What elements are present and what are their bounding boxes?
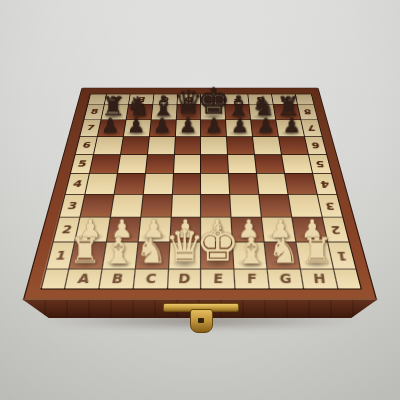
rank-label-text: 8: [303, 108, 311, 115]
square-g8: ♞: [250, 104, 276, 119]
square-h2: ♟: [293, 218, 327, 242]
square-f1: ♝: [233, 243, 266, 269]
square-c7: ♟: [150, 120, 176, 136]
file-label-text: A: [76, 273, 91, 286]
file-label-text: H: [280, 96, 289, 102]
file-label-text: A: [112, 96, 122, 102]
square-d5: [174, 155, 201, 174]
piece-shadow: [104, 259, 134, 269]
square-h4: [285, 174, 316, 194]
rank-label-text: 4: [320, 180, 330, 189]
square-a7: ♟: [98, 120, 126, 136]
rank-label-1-right: 1: [328, 243, 355, 269]
file-label-a-bottom: A: [65, 270, 101, 289]
square-e6: [201, 137, 227, 154]
square-c5: [146, 155, 174, 174]
file-label-b-top: B: [129, 94, 153, 103]
rank-label-text: 7: [307, 124, 316, 131]
rank-label-text: 3: [325, 201, 335, 211]
square-h8: ♜: [274, 104, 301, 119]
square-f6: [227, 137, 254, 154]
piece-d7-black-pawn: ♟: [179, 117, 197, 136]
piece-shadow: [301, 259, 331, 269]
rank-label-text: 2: [60, 224, 73, 235]
square-d2: ♟: [170, 218, 200, 242]
rank-label-text: 5: [77, 160, 88, 168]
file-label-e-top: E: [201, 94, 224, 103]
frame-corner: [42, 270, 68, 289]
square-g1: ♞: [265, 243, 300, 269]
square-g4: [257, 174, 287, 194]
rank-label-text: 7: [85, 124, 95, 131]
piece-f7-black-pawn: ♟: [231, 117, 249, 136]
board-frame: ABCDEFGH8♜♞♝♛♚♝♞♜87♟♟♟♟♟♟♟♟7665544332♟♟♟…: [23, 88, 378, 301]
piece-shadow: [71, 259, 101, 269]
piece-shadow: [203, 259, 232, 269]
square-a5: [90, 155, 120, 174]
square-a3: [80, 195, 113, 217]
square-b7: ♟: [124, 120, 151, 136]
square-a8: ♜: [101, 104, 128, 119]
square-c4: [143, 174, 172, 194]
piece-shadow: [297, 233, 326, 242]
square-b6: [121, 137, 149, 154]
rank-label-4-left: 4: [66, 174, 89, 194]
board-3d: ABCDEFGH8♜♞♝♛♚♝♞♜87♟♟♟♟♟♟♟♟7665544332♟♟♟…: [23, 88, 378, 301]
rank-label-text: 6: [311, 141, 320, 149]
square-a4: [85, 174, 116, 194]
board-grid: ABCDEFGH8♜♞♝♛♚♝♞♜87♟♟♟♟♟♟♟♟7665544332♟♟♟…: [40, 94, 362, 290]
file-label-c-bottom: C: [133, 270, 167, 289]
piece-shadow: [140, 233, 168, 242]
square-e8: ♚: [201, 104, 225, 119]
square-f8: ♝: [225, 104, 250, 119]
piece-shadow: [137, 259, 166, 269]
piece-shadow: [279, 130, 302, 136]
piece-g2-white-pawn: ♟: [269, 218, 291, 241]
piece-b7-black-pawn: ♟: [127, 117, 145, 136]
piece-h2-white-pawn: ♟: [300, 218, 322, 241]
square-f3: [231, 195, 261, 217]
file-label-text: D: [178, 273, 191, 286]
piece-shadow: [170, 259, 198, 269]
frame-corner: [88, 94, 106, 103]
file-label-text: E: [209, 96, 217, 102]
piece-h7-black-pawn: ♟: [282, 117, 300, 136]
piece-shadow: [203, 233, 230, 242]
rank-label-text: 3: [66, 201, 78, 211]
square-d1: ♛: [169, 243, 201, 269]
file-label-g-bottom: G: [268, 270, 303, 289]
rank-label-text: 1: [54, 250, 67, 262]
file-label-text: D: [184, 96, 193, 102]
square-b2: ♟: [107, 218, 140, 242]
file-label-h-bottom: H: [301, 270, 337, 289]
rank-label-text: 2: [330, 224, 341, 235]
piece-shadow: [269, 259, 299, 269]
rank-label-5-right: 5: [309, 155, 331, 174]
square-b1: ♝: [102, 243, 137, 269]
file-label-text: B: [110, 273, 124, 286]
square-a2: ♟: [75, 218, 109, 242]
piece-shadow: [203, 114, 225, 120]
piece-shadow: [266, 233, 294, 242]
file-label-text: C: [161, 96, 170, 102]
square-g6: [253, 137, 281, 154]
square-h5: [282, 155, 312, 174]
rank-label-3-right: 3: [318, 195, 342, 217]
file-label-text: F: [233, 96, 240, 102]
file-label-d-bottom: D: [168, 270, 201, 289]
rank-label-5-left: 5: [71, 155, 93, 174]
piece-shadow: [77, 233, 106, 242]
rank-label-text: 8: [89, 108, 99, 115]
file-label-c-top: C: [153, 94, 177, 103]
piece-shadow: [234, 233, 262, 242]
rank-label-2-right: 2: [323, 218, 349, 242]
file-label-text: G: [256, 96, 265, 102]
piece-shadow: [103, 114, 125, 120]
square-a6: [94, 137, 123, 154]
rank-label-text: 6: [81, 141, 92, 149]
piece-shadow: [177, 130, 199, 136]
piece-shadow: [203, 130, 225, 136]
file-label-text: H: [312, 273, 326, 286]
piece-d2-white-pawn: ♟: [174, 218, 196, 241]
piece-e7-black-pawn: ♟: [205, 117, 223, 136]
square-c2: ♟: [138, 218, 170, 242]
square-h1: ♜: [297, 243, 333, 269]
file-label-e-bottom: E: [202, 270, 235, 289]
piece-shadow: [227, 114, 249, 120]
file-label-g-top: G: [249, 94, 273, 103]
square-d8: ♛: [176, 104, 200, 119]
frame-corner: [296, 94, 314, 103]
square-b4: [114, 174, 144, 194]
square-h7: ♟: [276, 120, 304, 136]
rank-label-7-right: 7: [301, 120, 321, 136]
piece-shadow: [252, 114, 274, 120]
file-label-b-bottom: B: [99, 270, 134, 289]
piece-f2-white-pawn: ♟: [237, 218, 259, 241]
square-h6: [279, 137, 308, 154]
piece-g7-black-pawn: ♟: [256, 117, 274, 136]
rank-label-2-left: 2: [54, 218, 79, 242]
chess-set-photo: ABCDEFGH8♜♞♝♛♚♝♞♜87♟♟♟♟♟♟♟♟7665544332♟♟♟…: [0, 0, 400, 400]
square-d3: [171, 195, 200, 217]
piece-c2-white-pawn: ♟: [143, 218, 165, 241]
piece-shadow: [172, 233, 199, 242]
piece-shadow: [228, 130, 251, 136]
file-label-f-bottom: F: [235, 270, 269, 289]
file-label-a-top: A: [105, 94, 130, 103]
rank-label-8-right: 8: [298, 104, 317, 119]
square-d7: ♟: [175, 120, 200, 136]
file-label-text: E: [213, 273, 224, 286]
rank-label-text: 5: [315, 160, 324, 168]
piece-shadow: [151, 130, 174, 136]
square-f2: ♟: [232, 218, 264, 242]
square-c6: [148, 137, 175, 154]
piece-a7-black-pawn: ♟: [101, 117, 119, 136]
file-label-text: B: [136, 96, 145, 102]
frame-corner: [334, 270, 360, 289]
square-c8: ♝: [151, 104, 176, 119]
square-e3: [202, 195, 231, 217]
piece-shadow: [236, 259, 265, 269]
square-g2: ♟: [262, 218, 295, 242]
piece-shadow: [108, 233, 136, 242]
square-e1: ♚: [202, 243, 234, 269]
square-g5: [255, 155, 284, 174]
file-label-h-top: H: [272, 94, 297, 103]
square-e4: [201, 174, 229, 194]
square-b5: [118, 155, 147, 174]
square-g7: ♟: [251, 120, 278, 136]
piece-shadow: [99, 130, 122, 136]
square-f4: [229, 174, 258, 194]
square-d6: [175, 137, 201, 154]
square-c3: [141, 195, 171, 217]
square-d4: [172, 174, 200, 194]
file-label-text: F: [247, 273, 257, 286]
file-label-f-top: F: [225, 94, 249, 103]
piece-c7-black-pawn: ♟: [153, 117, 171, 136]
piece-shadow: [125, 130, 148, 136]
square-h3: [289, 195, 322, 217]
square-a1: ♜: [69, 243, 105, 269]
square-e5: [201, 155, 228, 174]
piece-shadow: [277, 114, 299, 120]
square-b8: ♞: [126, 104, 152, 119]
square-e2: ♟: [202, 218, 233, 242]
file-label-d-top: D: [177, 94, 200, 103]
square-g3: [260, 195, 292, 217]
rank-label-text: 4: [72, 180, 84, 189]
square-f5: [228, 155, 256, 174]
piece-shadow: [128, 114, 150, 120]
rank-label-6-right: 6: [305, 137, 326, 154]
rank-label-4-right: 4: [313, 174, 336, 194]
piece-shadow: [178, 114, 200, 120]
piece-e2-white-pawn: ♟: [206, 218, 228, 241]
rank-label-text: 1: [336, 250, 347, 262]
square-b3: [111, 195, 143, 217]
piece-a2-white-pawn: ♟: [79, 218, 101, 241]
piece-b2-white-pawn: ♟: [111, 218, 133, 241]
piece-d8-black-queen: ♛: [174, 88, 204, 118]
square-e7: ♟: [201, 120, 226, 136]
piece-shadow: [254, 130, 277, 136]
brass-latch-icon: [190, 309, 213, 333]
square-f7: ♟: [226, 120, 252, 136]
piece-shadow: [153, 114, 175, 120]
file-label-text: G: [279, 273, 292, 286]
file-label-text: C: [144, 273, 157, 286]
square-c1: ♞: [136, 243, 169, 269]
